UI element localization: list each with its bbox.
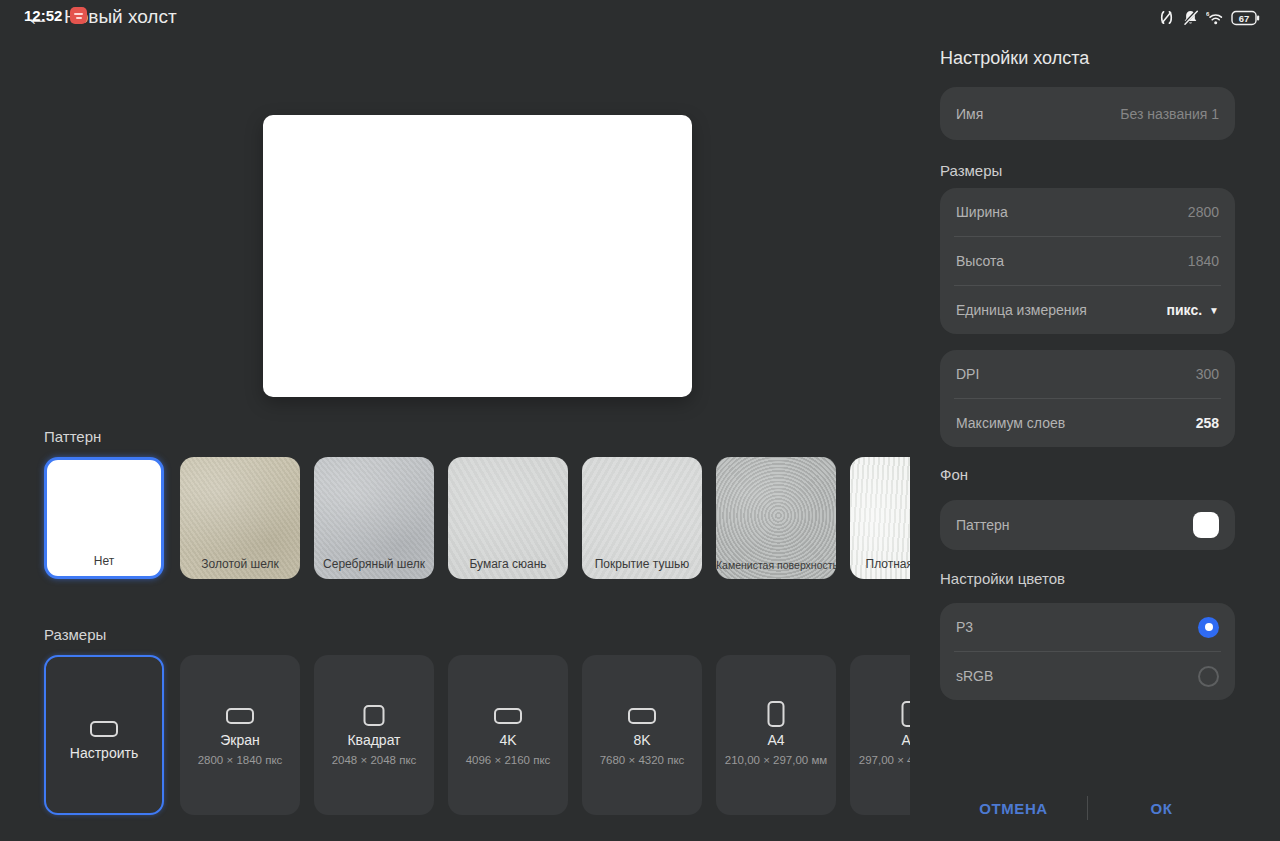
size-tile-label: 8K xyxy=(582,732,702,748)
dpi-card: DPI 300 Максимум слоев 258 xyxy=(940,350,1235,447)
dialog-buttons: ОТМЕНА ОК xyxy=(940,789,1235,827)
notes-app-badge-icon xyxy=(70,7,87,24)
background-pattern-row[interactable]: Паттерн xyxy=(940,500,1235,550)
unit-value[interactable]: пикс. xyxy=(1167,302,1203,318)
size-tile-screen[interactable]: Экран 2800 × 1840 пкс xyxy=(180,655,300,815)
size-tile-label: Настроить xyxy=(46,745,162,761)
dpi-row[interactable]: DPI 300 xyxy=(940,350,1235,398)
battery-icon: 67 xyxy=(1231,10,1260,26)
canvas-settings-panel: Настройки холста Имя Без названия 1 Разм… xyxy=(910,0,1280,841)
height-value[interactable]: 1840 xyxy=(1188,253,1219,269)
size-tile-custom[interactable]: Настроить xyxy=(44,655,164,815)
color-settings-card: P3 sRGB xyxy=(940,603,1235,700)
max-layers-row: Максимум слоев 258 xyxy=(940,399,1235,447)
radio-unselected-icon[interactable] xyxy=(1198,666,1219,687)
pattern-tile-label: Плотная бумага xyxy=(850,557,910,571)
background-group-label: Фон xyxy=(940,466,968,483)
pattern-tile-gold-silk[interactable]: Золотой шелк xyxy=(180,457,300,579)
background-pattern-label: Паттерн xyxy=(956,517,1193,533)
pattern-tile-stone-surface[interactable]: Каменистая поверхность xyxy=(716,457,836,579)
background-color-swatch[interactable] xyxy=(1193,512,1219,538)
max-layers-value: 258 xyxy=(1196,415,1219,431)
size-tile-label: Квадрат xyxy=(314,732,434,748)
height-row[interactable]: Высота 1840 xyxy=(940,237,1235,285)
clock: 12:52 xyxy=(24,7,62,24)
color-settings-group-label: Настройки цветов xyxy=(940,570,1065,587)
wifi-6-icon: 6 xyxy=(1206,10,1224,26)
size-tile-dimensions: 2800 × 1840 пкс xyxy=(180,754,300,766)
unit-row[interactable]: Единица измерения пикс. ▼ xyxy=(940,286,1235,334)
size-tile-label: A3 xyxy=(850,732,910,748)
pattern-tile-dense-paper[interactable]: Плотная бумага xyxy=(850,457,910,579)
status-bar: 12:52 6 67 xyxy=(0,0,1280,36)
size-tile-dimensions: 2048 × 2048 пкс xyxy=(314,754,434,766)
width-row[interactable]: Ширина 2800 xyxy=(940,188,1235,236)
pattern-tile-label: Каменистая поверхность xyxy=(716,559,836,571)
size-tile-label: A4 xyxy=(716,732,836,748)
name-card: Имя Без названия 1 xyxy=(940,87,1235,140)
main-area: ← Новый холст Паттерн Нет Золотой шелк С… xyxy=(0,0,910,841)
canvas-preview xyxy=(263,115,692,397)
landscape-canvas-icon xyxy=(90,721,118,737)
dpi-value[interactable]: 300 xyxy=(1196,366,1219,382)
name-value[interactable]: Без названия 1 xyxy=(1120,106,1219,122)
sizes-group-label: Размеры xyxy=(940,162,1002,179)
pattern-tile-label: Бумага сюань xyxy=(448,557,568,571)
panel-title: Настройки холста xyxy=(940,48,1089,69)
square-canvas-icon xyxy=(364,705,385,726)
size-tile-a3[interactable]: A3 297,00 × 420,00 мм xyxy=(850,655,910,815)
pattern-tile-ink-coating[interactable]: Покрытие тушью xyxy=(582,457,702,579)
height-label: Высота xyxy=(956,253,1188,269)
pattern-tile-xuan-paper[interactable]: Бумага сюань xyxy=(448,457,568,579)
pattern-section-label: Паттерн xyxy=(44,428,101,445)
pattern-tile-label: Нет xyxy=(47,554,161,568)
color-option-srgb-label: sRGB xyxy=(956,668,1198,684)
size-tile-label: Экран xyxy=(180,732,300,748)
name-label: Имя xyxy=(956,106,1120,122)
size-tile-square[interactable]: Квадрат 2048 × 2048 пкс xyxy=(314,655,434,815)
size-tile-a4[interactable]: A4 210,00 × 297,00 мм xyxy=(716,655,836,815)
background-card: Паттерн xyxy=(940,500,1235,550)
sizes-section-label: Размеры xyxy=(44,626,106,643)
name-row[interactable]: Имя Без названия 1 xyxy=(940,87,1235,140)
dpi-label: DPI xyxy=(956,366,1196,382)
landscape-canvas-icon xyxy=(226,708,254,724)
pattern-tile-label: Покрытие тушью xyxy=(582,557,702,571)
cancel-button[interactable]: ОТМЕНА xyxy=(940,792,1087,825)
landscape-canvas-icon xyxy=(494,708,522,724)
size-tile-dimensions: 7680 × 4320 пкс xyxy=(582,754,702,766)
landscape-canvas-icon xyxy=(628,708,656,724)
notifications-off-icon xyxy=(1182,9,1199,26)
color-option-p3-row[interactable]: P3 xyxy=(940,603,1235,651)
battery-percent: 67 xyxy=(1239,12,1250,23)
size-tile-dimensions: 297,00 × 420,00 мм xyxy=(850,754,910,766)
color-option-p3-label: P3 xyxy=(956,619,1198,635)
pattern-tile-none[interactable]: Нет xyxy=(44,457,164,579)
pattern-tile-silver-silk[interactable]: Серебряный шелк xyxy=(314,457,434,579)
wifi-standard-label: 6 xyxy=(1206,10,1210,16)
ok-button[interactable]: ОК xyxy=(1088,792,1235,825)
width-value[interactable]: 2800 xyxy=(1188,204,1219,220)
color-option-srgb-row[interactable]: sRGB xyxy=(940,652,1235,700)
pattern-tile-label: Серебряный шелк xyxy=(314,557,434,571)
size-tile-dimensions: 210,00 × 297,00 мм xyxy=(716,754,836,766)
size-tile-4k[interactable]: 4K 4096 × 2160 пкс xyxy=(448,655,568,815)
max-layers-label: Максимум слоев xyxy=(956,415,1196,431)
size-tile-dimensions: 4096 × 2160 пкс xyxy=(448,754,568,766)
mute-icon xyxy=(1158,9,1175,26)
sizes-card: Ширина 2800 Высота 1840 Единица измерени… xyxy=(940,188,1235,334)
unit-label: Единица измерения xyxy=(956,302,1167,318)
pattern-tile-label: Золотой шелк xyxy=(180,557,300,571)
width-label: Ширина xyxy=(956,204,1188,220)
chevron-down-icon[interactable]: ▼ xyxy=(1209,305,1219,316)
portrait-canvas-icon xyxy=(902,701,911,727)
portrait-canvas-icon xyxy=(768,701,785,727)
size-tile-label: 4K xyxy=(448,732,568,748)
radio-selected-icon[interactable] xyxy=(1198,617,1219,638)
size-tile-8k[interactable]: 8K 7680 × 4320 пкс xyxy=(582,655,702,815)
